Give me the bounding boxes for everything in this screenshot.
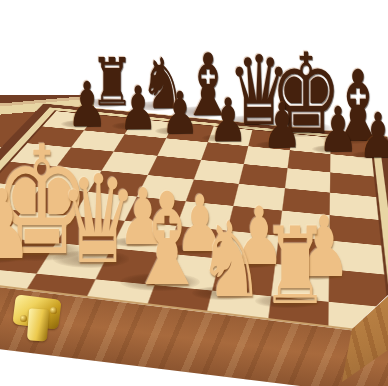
piece-white-knight-b1[interactable]: ♞ [197, 208, 264, 312]
clasp-hook [27, 308, 49, 341]
clasp-screw-icon [20, 315, 27, 322]
piece-white-bishop-c1[interactable]: ♝ [126, 176, 209, 304]
piece-black-pawn-d7[interactable]: ♟ [209, 90, 248, 150]
piece-white-rook-a1[interactable]: ♜ [261, 214, 329, 320]
chess-set-photo: ♜♞♝♛♚♝♟♟♟♟♟♟♟♚♛♝♞♜♟♟♟♟♟ [0, 0, 388, 386]
brass-clasp [12, 295, 64, 345]
piece-black-pawn-f7[interactable]: ♟ [318, 99, 358, 161]
piece-black-pawn-e7[interactable]: ♟ [262, 95, 302, 157]
piece-black-pawn-g7[interactable]: ♟ [358, 105, 388, 167]
piece-black-pawn-b7[interactable]: ♟ [119, 78, 158, 138]
piece-black-pawn-c7[interactable]: ♟ [161, 84, 198, 142]
clasp-screw-icon [50, 307, 57, 314]
piece-white-pawn-f2[interactable]: ♟ [0, 177, 33, 273]
